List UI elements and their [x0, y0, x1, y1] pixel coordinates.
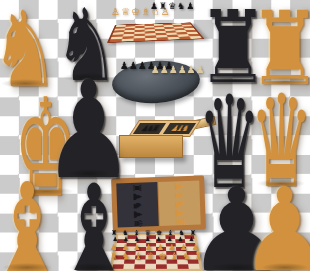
mini-black-pieces: ♟♜♛♞♟: [150, 2, 195, 11]
pawn-glyph: ♟: [241, 173, 310, 271]
chess-collage: ♙♕♔♗♘♙ ♟♜♛♞♟ ♟♟♟♟♟♟ ♟♟♟♟♟♟ ♟♞♜ ♟♝♞ ♜♟♞♟♛…: [0, 0, 310, 271]
bishop-glyph: ♝: [56, 169, 131, 271]
boxed-black-pieces: ♟♞♜: [139, 125, 160, 133]
chessboard-surface: [107, 22, 205, 43]
compartment-wood-pieces: ♟♝♞♟♜: [173, 181, 186, 226]
piece-shadow: [69, 263, 118, 271]
box-wood-compartment: ♟♝♞: [163, 123, 196, 134]
piece-shadow: [261, 263, 309, 271]
boxed-wood-pieces: ♟♝♞: [169, 125, 190, 133]
piece-shadow: [2, 263, 51, 271]
box-black-compartment: ♟♞♜: [133, 123, 166, 134]
angled-display-board: ♙♕♔♗♘♙ ♟♜♛♞♟: [106, 0, 206, 42]
wooden-pawn: ♟: [258, 193, 310, 270]
black-bishop: ♝: [66, 181, 122, 270]
